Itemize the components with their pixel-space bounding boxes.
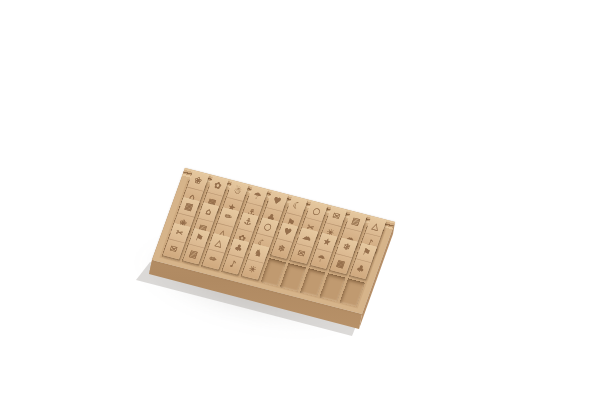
symbol-flower-icon: ✿	[213, 181, 223, 191]
symbol-pencil-icon: ✏	[208, 254, 218, 264]
symbol-heart-icon: ♥	[282, 227, 293, 238]
symbol-ball-icon: ○	[262, 222, 272, 233]
symbol-pencil-icon: ✏	[223, 212, 233, 222]
symbol-snowflake-icon: ❄	[276, 243, 286, 253]
symbol-envelope-icon: ✉	[331, 211, 341, 221]
tile-half: ✉	[163, 239, 184, 259]
symbol-dice-icon: ▦	[335, 259, 346, 270]
symbol-envelope-icon: ✉	[296, 249, 306, 259]
symbol-blossom-icon: ❀	[193, 176, 203, 186]
symbol-star-icon: ★	[322, 237, 333, 248]
product-photo-stage: ❀⌂✿▦☃★☂⚓♥♣☾⚑○✂✉☀▤☁△♪▦❀⌂▤✏△⚓✿○☾♥❄☁✉★☂❄▦⚑♣…	[0, 0, 599, 400]
symbol-flag-icon: ⚑	[194, 233, 205, 244]
symbol-flag-icon: ⚑	[361, 247, 372, 258]
tile-half: ✏	[202, 249, 223, 269]
symbol-ladder-icon: ▤	[188, 249, 199, 260]
symbol-tree-icon: ♣	[355, 264, 366, 275]
symbol-tree-icon: ♣	[233, 243, 244, 254]
symbol-dice-icon: ▦	[183, 202, 194, 213]
tile-half: ♣	[350, 258, 371, 278]
symbol-horse-icon: ♞	[253, 248, 264, 259]
symbol-scissors-icon: ✂	[174, 228, 184, 238]
tile-half: ☂	[310, 248, 331, 268]
tile-half: ▦	[330, 253, 351, 273]
tile-half: ❄	[271, 238, 292, 258]
symbol-umbrella-icon: ☂	[316, 254, 327, 265]
symbol-anchor-icon: ⚓	[243, 217, 254, 228]
tile-half: ☀	[242, 259, 263, 279]
symbol-snowman-icon: ☃	[232, 186, 243, 197]
symbol-sun-icon: ☀	[247, 264, 258, 275]
tile-half: ▤	[183, 244, 204, 264]
symbol-ball-icon: ○	[311, 206, 321, 217]
symbol-house-icon: ⌂	[204, 207, 212, 217]
symbol-ladder-icon: ▤	[350, 216, 361, 227]
tile-half: ♪	[222, 254, 243, 274]
symbol-moon-icon: ☾	[291, 201, 302, 212]
symbol-envelope-icon: ✉	[168, 244, 178, 254]
symbol-tent-icon: △	[214, 238, 224, 248]
tile-half: ✉	[291, 243, 312, 263]
symbol-snowflake-icon: ❄	[342, 242, 352, 252]
symbol-cloud-icon: ☁	[301, 232, 312, 243]
symbol-tent-icon: △	[371, 221, 381, 231]
symbol-umbrella-icon: ☂	[252, 191, 263, 202]
symbol-heart-icon: ♥	[272, 196, 283, 207]
symbol-music-note-icon: ♪	[229, 260, 237, 270]
